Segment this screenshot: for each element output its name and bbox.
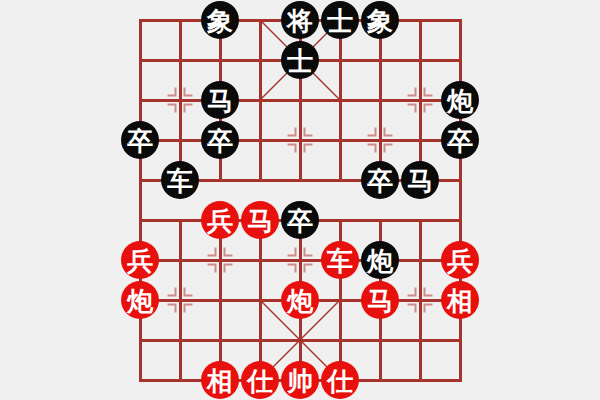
piece-glyph: 仕: [247, 368, 273, 394]
piece-glyph: 马: [207, 88, 233, 114]
piece-black-elephant[interactable]: 象: [201, 1, 239, 39]
piece-glyph: 炮: [447, 88, 473, 114]
piece-glyph: 兵: [207, 208, 233, 234]
piece-black-cannon[interactable]: 炮: [361, 241, 399, 279]
piece-glyph: 马: [407, 168, 433, 194]
piece-black-chariot[interactable]: 车: [161, 161, 199, 199]
piece-glyph: 炮: [287, 288, 313, 314]
piece-black-advisor[interactable]: 士: [321, 1, 359, 39]
piece-black-general[interactable]: 将: [281, 1, 319, 39]
piece-red-horse[interactable]: 马: [241, 201, 279, 239]
piece-red-elephant[interactable]: 相: [441, 281, 479, 319]
piece-black-pawn[interactable]: 卒: [361, 161, 399, 199]
piece-glyph: 炮: [127, 288, 153, 314]
piece-glyph: 卒: [207, 128, 233, 154]
piece-glyph: 士: [287, 48, 313, 74]
piece-red-advisor[interactable]: 仕: [241, 361, 279, 399]
piece-glyph: 帅: [287, 368, 313, 394]
piece-red-cannon[interactable]: 炮: [121, 281, 159, 319]
piece-glyph: 兵: [447, 248, 473, 274]
pieces-layer: 象将士象士马炮卒卒卒车卒马兵马卒兵车炮兵炮炮马相相仕帅仕: [120, 0, 480, 400]
piece-glyph: 炮: [367, 248, 393, 274]
piece-black-elephant[interactable]: 象: [361, 1, 399, 39]
piece-black-advisor[interactable]: 士: [281, 41, 319, 79]
piece-red-horse[interactable]: 马: [361, 281, 399, 319]
piece-red-pawn[interactable]: 兵: [441, 241, 479, 279]
piece-glyph: 仕: [327, 368, 353, 394]
piece-black-pawn[interactable]: 卒: [441, 121, 479, 159]
piece-red-pawn[interactable]: 兵: [121, 241, 159, 279]
piece-glyph: 将: [287, 8, 313, 34]
piece-glyph: 马: [367, 288, 393, 314]
piece-black-horse[interactable]: 马: [201, 81, 239, 119]
piece-red-elephant[interactable]: 相: [201, 361, 239, 399]
piece-glyph: 马: [247, 208, 273, 234]
piece-glyph: 相: [447, 288, 473, 314]
piece-glyph: 车: [327, 248, 353, 274]
piece-glyph: 相: [207, 368, 233, 394]
piece-red-cannon[interactable]: 炮: [281, 281, 319, 319]
piece-glyph: 象: [367, 8, 393, 34]
piece-red-pawn[interactable]: 兵: [201, 201, 239, 239]
piece-black-pawn[interactable]: 卒: [281, 201, 319, 239]
piece-glyph: 车: [167, 168, 193, 194]
piece-glyph: 卒: [127, 128, 153, 154]
piece-glyph: 卒: [287, 208, 313, 234]
piece-black-horse[interactable]: 马: [401, 161, 439, 199]
piece-black-pawn[interactable]: 卒: [201, 121, 239, 159]
piece-glyph: 士: [327, 8, 353, 34]
piece-red-general[interactable]: 帅: [281, 361, 319, 399]
piece-black-pawn[interactable]: 卒: [121, 121, 159, 159]
piece-black-cannon[interactable]: 炮: [441, 81, 479, 119]
piece-red-advisor[interactable]: 仕: [321, 361, 359, 399]
piece-red-chariot[interactable]: 车: [321, 241, 359, 279]
piece-glyph: 卒: [367, 168, 393, 194]
piece-glyph: 象: [207, 8, 233, 34]
piece-glyph: 兵: [127, 248, 153, 274]
piece-glyph: 卒: [447, 128, 473, 154]
xiangqi-board-screen: 象将士象士马炮卒卒卒车卒马兵马卒兵车炮兵炮炮马相相仕帅仕: [0, 0, 600, 400]
